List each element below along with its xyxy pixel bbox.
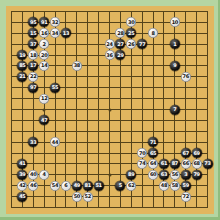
stone-black-69: 69 [192, 148, 202, 158]
stone-black-81: 81 [83, 181, 93, 191]
stone-white-50: 50 [72, 192, 82, 202]
stone-white-44: 44 [50, 137, 60, 147]
stone-black-85: 85 [17, 61, 27, 71]
stone-white-2: 2 [39, 39, 49, 49]
stone-black-39: 39 [17, 170, 27, 180]
go-board[interactable]: 1234567891012131415161718192021222425262… [6, 6, 214, 214]
grid-line-h [11, 142, 208, 143]
stone-white-66: 66 [181, 159, 191, 169]
stone-black-63: 63 [159, 170, 169, 180]
stone-white-28: 28 [115, 28, 125, 38]
stone-black-7: 7 [170, 105, 180, 115]
stone-black-89: 89 [126, 170, 136, 180]
stone-white-38: 38 [72, 61, 82, 71]
stone-black-87: 87 [170, 159, 180, 169]
stone-black-77: 77 [137, 39, 147, 49]
stone-black-45: 45 [17, 192, 27, 202]
grid-line-v [207, 11, 208, 208]
stone-white-26: 26 [126, 39, 136, 49]
stone-white-54: 54 [50, 181, 60, 191]
stone-white-8: 8 [148, 28, 158, 38]
star-point [108, 108, 111, 111]
stone-black-33: 33 [28, 137, 38, 147]
stone-black-21: 21 [17, 72, 27, 82]
stone-black-27: 27 [115, 39, 125, 49]
stone-black-29: 29 [115, 50, 125, 60]
stone-black-3: 3 [181, 170, 191, 180]
stone-white-64: 64 [148, 159, 158, 169]
stone-black-41: 41 [17, 159, 27, 169]
stone-white-72: 72 [181, 192, 191, 202]
stone-white-60: 60 [148, 170, 158, 180]
stone-white-62: 62 [126, 181, 136, 191]
stone-black-59: 59 [181, 181, 191, 191]
stone-black-71: 71 [148, 137, 158, 147]
stone-black-61: 61 [159, 159, 169, 169]
grid-line-h [11, 196, 208, 197]
star-point [108, 173, 111, 176]
stone-white-76: 76 [181, 72, 191, 82]
stone-white-68: 68 [192, 159, 202, 169]
stone-black-97: 97 [28, 83, 38, 93]
stone-white-4: 4 [39, 170, 49, 180]
stone-white-42: 42 [17, 181, 27, 191]
stone-black-47: 47 [39, 115, 49, 125]
grid-line-h [11, 131, 208, 132]
stone-white-22: 22 [28, 72, 38, 82]
stone-black-65: 65 [148, 148, 158, 158]
stone-black-51: 51 [94, 181, 104, 191]
stone-white-16: 16 [39, 28, 49, 38]
stone-white-30: 30 [126, 17, 136, 27]
stone-white-14: 14 [39, 61, 49, 71]
stone-black-9: 9 [170, 61, 180, 71]
kifu-diagram: 1234567891012131415161718192021222425262… [0, 0, 220, 220]
stone-black-25: 25 [126, 28, 136, 38]
stone-white-56: 56 [170, 170, 180, 180]
stone-white-46: 46 [28, 181, 38, 191]
stone-black-55: 55 [50, 83, 60, 93]
stone-black-13: 13 [61, 28, 71, 38]
stone-black-5: 5 [115, 181, 125, 191]
stone-white-6: 6 [61, 181, 71, 191]
stone-black-1: 1 [170, 39, 180, 49]
stone-black-19: 19 [17, 50, 27, 60]
stone-black-73: 73 [203, 159, 213, 169]
stone-black-17: 17 [28, 61, 38, 71]
stone-white-70: 70 [137, 148, 147, 158]
stone-white-52: 52 [83, 192, 93, 202]
stone-black-79: 79 [192, 170, 202, 180]
stone-white-24: 24 [105, 39, 115, 49]
grid-line-h [11, 207, 208, 208]
stone-white-10: 10 [170, 17, 180, 27]
stone-black-91: 91 [39, 17, 49, 27]
stone-white-12: 12 [39, 94, 49, 104]
stone-white-74: 74 [137, 159, 147, 169]
stone-black-15: 15 [28, 28, 38, 38]
stone-white-48: 48 [159, 181, 169, 191]
stone-black-67: 67 [181, 148, 191, 158]
stone-white-58: 58 [170, 181, 180, 191]
stone-white-20: 20 [39, 50, 49, 60]
stone-black-37: 37 [28, 39, 38, 49]
stone-black-95: 95 [28, 17, 38, 27]
stone-black-49: 49 [72, 181, 82, 191]
stone-white-40: 40 [28, 170, 38, 180]
stone-white-34: 34 [50, 28, 60, 38]
star-point [43, 108, 46, 111]
stone-white-36: 36 [105, 50, 115, 60]
grid-line-h [11, 153, 208, 154]
stone-white-18: 18 [28, 50, 38, 60]
stone-white-32: 32 [50, 17, 60, 27]
